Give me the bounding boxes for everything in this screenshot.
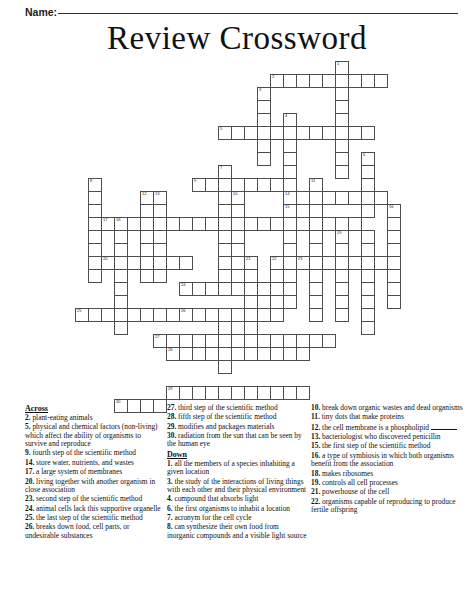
grid-cell[interactable] (361, 204, 375, 218)
grid-cell[interactable] (257, 282, 271, 296)
grid-cell[interactable] (218, 230, 232, 244)
grid-cell[interactable] (244, 282, 258, 296)
grid-cell[interactable] (244, 321, 258, 335)
grid-cell[interactable] (335, 139, 349, 153)
grid-cell[interactable] (153, 308, 167, 322)
grid-cell[interactable] (127, 308, 141, 322)
grid-cell[interactable] (387, 269, 401, 283)
grid-cell[interactable] (231, 269, 245, 283)
grid-cell[interactable] (387, 217, 401, 231)
grid-cell[interactable] (114, 256, 128, 270)
down-header: Down (167, 450, 308, 459)
grid-cell[interactable]: 19 (335, 230, 349, 244)
grid-cell[interactable] (244, 386, 258, 400)
grid-cell[interactable] (244, 308, 258, 322)
grid-cell[interactable] (114, 321, 128, 335)
grid-cell[interactable] (140, 269, 154, 283)
grid-cell[interactable] (270, 282, 284, 296)
clue-23-across: 23. second step of the scientific method (25, 495, 162, 503)
grid-cell[interactable] (244, 269, 258, 283)
grid-cell[interactable] (361, 256, 375, 270)
grid-cell[interactable] (361, 282, 375, 296)
grid-cell[interactable] (244, 347, 258, 361)
grid-cell[interactable] (374, 191, 388, 205)
clue-number: 11 (311, 179, 315, 183)
grid-cell[interactable] (166, 217, 180, 231)
clue-10-down: 10. break down organic wastes and dead o… (311, 404, 467, 412)
grid-cell[interactable] (387, 295, 401, 309)
grid-cell[interactable] (192, 217, 206, 231)
grid-cell[interactable] (231, 282, 245, 296)
grid-cell[interactable]: 10 (231, 191, 245, 205)
grid-cell[interactable]: 21 (244, 256, 258, 270)
clue-13-down: 13. bacteriologist who discovered penici… (311, 433, 467, 441)
grid-cell[interactable] (153, 269, 167, 283)
grid-cell[interactable] (335, 165, 349, 179)
grid-cell[interactable] (309, 217, 323, 231)
grid-cell[interactable]: 26 (179, 308, 193, 322)
grid-cell[interactable] (283, 269, 297, 283)
name-row: Name: (25, 2, 460, 16)
grid-cell[interactable] (88, 230, 102, 244)
grid-cell[interactable] (335, 126, 349, 140)
grid-cell[interactable]: 1 (335, 61, 349, 75)
clue-3-down: 3. the study of the interactions of livi… (167, 478, 308, 495)
grid-cell[interactable] (257, 308, 271, 322)
grid-cell[interactable] (257, 178, 271, 192)
grid-cell[interactable] (114, 295, 128, 309)
grid-cell[interactable] (283, 74, 297, 88)
grid-cell[interactable] (322, 191, 336, 205)
grid-cell[interactable] (270, 347, 284, 361)
grid-cell[interactable] (179, 386, 193, 400)
grid-cell[interactable] (335, 256, 349, 270)
clue-number: 15 (285, 205, 289, 209)
grid-cell[interactable] (205, 178, 219, 192)
grid-cell[interactable] (309, 126, 323, 140)
grid-cell[interactable] (218, 269, 232, 283)
clue-16-down: 16. a type of symbiosis in which both or… (311, 452, 467, 469)
grid-cell[interactable] (348, 217, 362, 231)
name-label: Name: (25, 6, 57, 18)
grid-cell[interactable] (88, 191, 102, 205)
clue-27-across: 27. third step of the scientific method (167, 404, 308, 412)
grid-cell[interactable] (374, 74, 388, 88)
grid-cell[interactable] (283, 152, 297, 166)
clue-number: 3 (259, 88, 261, 92)
grid-cell[interactable] (348, 191, 362, 205)
grid-cell[interactable] (218, 178, 232, 192)
clue-30-across: 30. radiation from the sun that can be s… (167, 432, 308, 449)
clue-number: 1 (337, 62, 339, 66)
grid-cell[interactable] (283, 334, 297, 348)
grid-cell[interactable]: 15 (283, 204, 297, 218)
grid-cell[interactable] (231, 347, 245, 361)
grid-cell[interactable] (231, 178, 245, 192)
grid-cell[interactable] (218, 243, 232, 257)
grid-cell[interactable] (114, 282, 128, 296)
grid-cell[interactable] (309, 74, 323, 88)
grid-cell[interactable] (335, 308, 349, 322)
grid-cell[interactable] (231, 243, 245, 257)
grid-cell[interactable] (231, 386, 245, 400)
grid-cell[interactable] (335, 74, 349, 88)
clue-column-1: Across2. plant-eating animals5. physical… (25, 404, 162, 541)
grid-cell[interactable] (101, 308, 115, 322)
grid-cell[interactable] (218, 360, 232, 374)
grid-cell[interactable] (257, 113, 271, 127)
grid-cell[interactable] (244, 126, 258, 140)
grid-cell[interactable] (153, 243, 167, 257)
grid-cell[interactable] (140, 243, 154, 257)
grid-cell[interactable] (361, 74, 375, 88)
grid-cell[interactable] (179, 217, 193, 231)
grid-cell[interactable] (88, 308, 102, 322)
grid-cell[interactable] (153, 256, 167, 270)
grid-cell[interactable] (374, 256, 388, 270)
grid-cell[interactable] (322, 217, 336, 231)
grid-cell[interactable] (335, 269, 349, 283)
grid-cell[interactable] (192, 308, 206, 322)
grid-cell[interactable] (257, 386, 271, 400)
grid-cell[interactable]: 24 (179, 282, 193, 296)
name-input-line[interactable] (58, 13, 458, 14)
grid-cell[interactable] (361, 295, 375, 309)
grid-cell[interactable] (270, 178, 284, 192)
grid-cell[interactable]: 17 (101, 217, 115, 231)
grid-cell[interactable] (283, 282, 297, 296)
grid-cell[interactable] (244, 334, 258, 348)
clue-number: 14 (285, 192, 289, 196)
page-title: Review Crossword (0, 20, 474, 57)
grid-cell[interactable] (283, 230, 297, 244)
grid-cell[interactable] (179, 334, 193, 348)
grid-cell[interactable] (218, 282, 232, 296)
grid-cell[interactable] (257, 139, 271, 153)
clue-7-down: 7. acronym for the cell cycle (167, 514, 308, 522)
grid-cell[interactable] (335, 87, 349, 101)
grid-cell[interactable] (166, 308, 180, 322)
grid-cell[interactable] (283, 178, 297, 192)
clue-17-across: 17. a large system of membranes (25, 468, 162, 476)
grid-cell[interactable] (322, 256, 336, 270)
clue-number: 22 (272, 257, 276, 261)
grid-cell[interactable] (257, 126, 271, 140)
grid-cell[interactable] (153, 204, 167, 218)
grid-cell[interactable] (270, 386, 284, 400)
grid-cell[interactable] (335, 282, 349, 296)
grid-cell[interactable] (361, 243, 375, 257)
grid-cell[interactable] (88, 269, 102, 283)
grid-cell[interactable] (244, 178, 258, 192)
grid-cell[interactable] (309, 334, 323, 348)
grid-cell[interactable] (231, 230, 245, 244)
grid-cell[interactable] (114, 269, 128, 283)
grid-cell[interactable] (309, 282, 323, 296)
grid-cell[interactable]: 27 (153, 334, 167, 348)
grid-cell[interactable] (309, 269, 323, 283)
grid-cell[interactable]: 23 (296, 256, 310, 270)
clue-number: 16 (389, 205, 393, 209)
grid-cell[interactable] (114, 243, 128, 257)
grid-cell[interactable] (244, 295, 258, 309)
grid-cell[interactable] (309, 204, 323, 218)
grid-cell[interactable] (309, 243, 323, 257)
grid-cell[interactable] (361, 269, 375, 283)
clue-number: 21 (246, 257, 250, 261)
grid-cell[interactable] (296, 386, 310, 400)
grid-cell[interactable] (361, 230, 375, 244)
grid-cell[interactable]: 13 (153, 191, 167, 205)
grid-cell[interactable] (166, 334, 180, 348)
clue-number: 26 (181, 309, 185, 313)
grid-cell[interactable] (231, 126, 245, 140)
grid-cell[interactable] (361, 178, 375, 192)
grid-cell[interactable] (283, 126, 297, 140)
grid-cell[interactable] (283, 217, 297, 231)
grid-cell[interactable]: 4 (283, 113, 297, 127)
grid-cell[interactable] (88, 217, 102, 231)
grid-cell[interactable] (153, 230, 167, 244)
clue-6-down: 6. the first organisms to inhabit a loca… (167, 505, 308, 513)
clue-number: 19 (337, 231, 341, 235)
grid-cell[interactable]: 22 (270, 256, 284, 270)
grid-cell[interactable] (140, 308, 154, 322)
grid-cell[interactable]: 7 (218, 165, 232, 179)
clue-number: 9 (194, 179, 196, 183)
grid-cell[interactable] (335, 295, 349, 309)
grid-cell[interactable] (335, 243, 349, 257)
grid-cell[interactable] (296, 347, 310, 361)
clue-column-2: 27. third step of the scientific method2… (167, 404, 308, 541)
grid-cell[interactable] (348, 126, 362, 140)
clue-22-down: 22. organisms capable of reproducing to … (311, 498, 467, 515)
grid-cell[interactable] (296, 191, 310, 205)
grid-cell[interactable] (387, 256, 401, 270)
grid-cell[interactable] (309, 256, 323, 270)
clue-8-down: 8. can synthesize their own food from in… (167, 523, 308, 540)
across-header: Across (25, 404, 162, 413)
grid-cell[interactable] (153, 217, 167, 231)
grid-cell[interactable] (361, 191, 375, 205)
clue-number: 13 (155, 192, 159, 196)
clue-number: 18 (116, 218, 120, 222)
grid-cell[interactable]: 8 (88, 178, 102, 192)
grid-cell[interactable] (205, 347, 219, 361)
grid-cell[interactable] (127, 217, 141, 231)
clue-21-down: 21. powerhouse of the cell (311, 488, 467, 496)
grid-cell[interactable]: 9 (192, 178, 206, 192)
grid-cell[interactable] (309, 295, 323, 309)
grid-cell[interactable] (179, 256, 193, 270)
grid-cell[interactable] (348, 74, 362, 88)
clue-11-down: 11. tiny dots that make proteins (311, 413, 467, 421)
clue-number: 5 (220, 127, 222, 131)
clue-number: 12 (142, 192, 146, 196)
grid-cell[interactable]: 3 (257, 87, 271, 101)
grid-cell[interactable]: 18 (114, 217, 128, 231)
grid-cell[interactable] (192, 386, 206, 400)
grid-cell[interactable]: 20 (101, 256, 115, 270)
clue-26-across: 26. breaks down food, cell parts, or und… (25, 523, 162, 540)
grid-cell[interactable] (322, 74, 336, 88)
grid-cell[interactable] (387, 282, 401, 296)
grid-cell[interactable]: 12 (140, 191, 154, 205)
grid-cell[interactable] (205, 308, 219, 322)
grid-cell[interactable] (179, 347, 193, 361)
clue-15-down: 15. the first step of the scientific met… (311, 442, 467, 450)
grid-cell[interactable] (140, 230, 154, 244)
grid-cell[interactable] (309, 308, 323, 322)
grid-cell[interactable] (361, 321, 375, 335)
grid-cell[interactable] (218, 334, 232, 348)
clue-5-across: 5. physical and chemical factors (non-li… (25, 423, 162, 448)
grid-cell[interactable] (283, 347, 297, 361)
clue-number: 20 (103, 257, 107, 261)
clue-number: 17 (103, 218, 107, 222)
grid-cell[interactable] (140, 256, 154, 270)
grid-cell[interactable] (283, 256, 297, 270)
grid-cell[interactable] (218, 386, 232, 400)
clue-14-across: 14. store water, nutrients, and wastes (25, 459, 162, 467)
clue-column-3: 10. break down organic wastes and dead o… (311, 404, 467, 515)
grid-cell[interactable] (205, 282, 219, 296)
grid-cell[interactable]: 25 (75, 308, 89, 322)
clue-29-across: 29. modifies and packages materials (167, 423, 308, 431)
grid-cell[interactable] (205, 217, 219, 231)
clue-19-down: 19. controls all cell processes (311, 479, 467, 487)
grid-cell[interactable] (192, 347, 206, 361)
clue-18-down: 18. makes ribosomes (311, 470, 467, 478)
grid-cell[interactable] (270, 308, 284, 322)
grid-cell[interactable] (283, 139, 297, 153)
grid-cell[interactable]: 2 (270, 74, 284, 88)
grid-cell[interactable] (218, 256, 232, 270)
grid-cell[interactable] (88, 256, 102, 270)
grid-cell[interactable] (322, 334, 336, 348)
grid-cell[interactable] (270, 126, 284, 140)
grid-cell[interactable] (296, 126, 310, 140)
clue-number: 7 (220, 166, 222, 170)
grid-cell[interactable] (257, 152, 271, 166)
grid-cell[interactable] (296, 74, 310, 88)
grid-cell[interactable] (192, 282, 206, 296)
grid-cell[interactable]: 28 (166, 347, 180, 361)
clue-12-down: 12. the cell membrane is a phospholipid (311, 423, 467, 432)
clue-number: 23 (298, 257, 302, 261)
grid-cell[interactable] (231, 204, 245, 218)
clue-24-across: 24. animal cells lack this supportive or… (25, 505, 162, 513)
grid-cell[interactable] (270, 217, 284, 231)
grid-cell[interactable]: 14 (283, 191, 297, 205)
grid-cell[interactable] (309, 191, 323, 205)
clue-number: 4 (285, 114, 287, 118)
grid-cell[interactable] (296, 217, 310, 231)
grid-cell[interactable] (257, 217, 271, 231)
grid-cell[interactable] (387, 230, 401, 244)
grid-cell[interactable] (283, 243, 297, 257)
grid-cell[interactable]: 29 (166, 386, 180, 400)
clue-28-across: 28. fifth step of the scientific method (167, 413, 308, 421)
grid-cell[interactable] (218, 347, 232, 361)
grid-cell[interactable] (387, 243, 401, 257)
clue-9-across: 9. fourth step of the scientific method (25, 449, 162, 457)
grid-cell[interactable] (335, 217, 349, 231)
grid-cell[interactable] (296, 334, 310, 348)
grid-cell[interactable] (335, 100, 349, 114)
clue-number: 10 (233, 192, 237, 196)
grid-cell[interactable] (335, 191, 349, 205)
grid-cell[interactable] (270, 295, 284, 309)
clue-number: 28 (168, 348, 172, 352)
clue-1-down: 1. all the members of a species inhabiti… (167, 460, 308, 477)
grid-cell[interactable] (244, 217, 258, 231)
clue-number: 25 (77, 309, 81, 313)
grid-cell[interactable] (88, 243, 102, 257)
clue-number: 29 (168, 387, 172, 391)
grid-cell[interactable] (257, 100, 271, 114)
grid-cell[interactable] (283, 386, 297, 400)
grid-cell[interactable] (257, 347, 271, 361)
clue-number: 2 (272, 75, 274, 79)
grid-cell[interactable] (218, 308, 232, 322)
grid-cell[interactable]: 5 (218, 126, 232, 140)
grid-cell[interactable] (127, 256, 141, 270)
grid-cell[interactable] (231, 308, 245, 322)
clue-20-across: 20. living together with another organis… (25, 478, 162, 495)
grid-cell[interactable] (205, 334, 219, 348)
grid-cell[interactable] (270, 334, 284, 348)
grid-cell[interactable] (218, 191, 232, 205)
grid-cell[interactable] (283, 295, 297, 309)
grid-cell[interactable] (205, 386, 219, 400)
grid-cell[interactable] (361, 165, 375, 179)
grid-cell[interactable] (166, 256, 180, 270)
clue-4-down: 4. compound that absorbs light (167, 495, 308, 503)
grid-cell[interactable]: 16 (387, 204, 401, 218)
grid-cell[interactable] (257, 334, 271, 348)
grid-cell[interactable] (140, 204, 154, 218)
clue-number: 24 (181, 283, 185, 287)
grid-cell[interactable] (218, 321, 232, 335)
grid-cell[interactable] (283, 165, 297, 179)
grid-cell[interactable] (270, 269, 284, 283)
grid-cell[interactable] (335, 152, 349, 166)
grid-cell[interactable] (231, 334, 245, 348)
grid-cell[interactable] (140, 217, 154, 231)
clue-number: 8 (90, 179, 92, 183)
grid-cell[interactable] (361, 126, 375, 140)
clue-number: 27 (155, 335, 159, 339)
grid-cell[interactable] (114, 308, 128, 322)
grid-cell[interactable] (309, 230, 323, 244)
clue-number: 6 (363, 153, 365, 157)
grid-cell[interactable] (231, 256, 245, 270)
grid-cell[interactable] (114, 230, 128, 244)
grid-cell[interactable]: 11 (309, 178, 323, 192)
grid-cell[interactable] (322, 126, 336, 140)
grid-cell[interactable] (88, 204, 102, 218)
grid-cell[interactable] (335, 113, 349, 127)
grid-cell[interactable] (348, 256, 362, 270)
grid-cell[interactable] (231, 217, 245, 231)
grid-cell[interactable] (361, 308, 375, 322)
grid-cell[interactable]: 6 (361, 152, 375, 166)
grid-cell[interactable] (192, 334, 206, 348)
grid-cell[interactable] (218, 217, 232, 231)
clue-2-across: 2. plant-eating animals (25, 414, 162, 422)
grid-cell[interactable] (218, 204, 232, 218)
